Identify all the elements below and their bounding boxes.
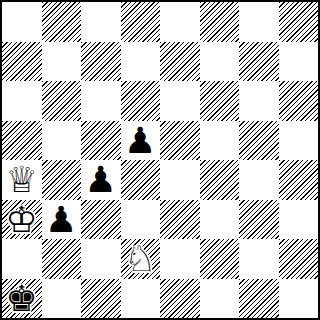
square-a5[interactable]: [2, 121, 42, 161]
square-c3[interactable]: [81, 200, 121, 240]
square-e6[interactable]: [160, 81, 200, 121]
square-b1[interactable]: [42, 279, 82, 319]
square-c7[interactable]: [81, 42, 121, 82]
square-e8[interactable]: [160, 2, 200, 42]
square-e5[interactable]: [160, 121, 200, 161]
square-h4[interactable]: [279, 160, 319, 200]
square-f8[interactable]: [200, 2, 240, 42]
square-b5[interactable]: [42, 121, 82, 161]
square-f6[interactable]: [200, 81, 240, 121]
black-pawn-glyph: ♟: [121, 121, 161, 161]
square-e4[interactable]: [160, 160, 200, 200]
square-f2[interactable]: [200, 239, 240, 279]
black-pawn-glyph: ♟: [42, 200, 82, 240]
black-king[interactable]: ♚♚: [2, 279, 42, 319]
black-pawn[interactable]: ♟♟: [81, 160, 121, 200]
square-h5[interactable]: [279, 121, 319, 161]
square-h1[interactable]: [279, 279, 319, 319]
square-a4[interactable]: ♛♕: [2, 160, 42, 200]
white-queen[interactable]: ♛♕: [2, 160, 42, 200]
square-d5[interactable]: ♟♟: [121, 121, 161, 161]
square-g4[interactable]: [239, 160, 279, 200]
square-g3[interactable]: [239, 200, 279, 240]
square-c6[interactable]: [81, 81, 121, 121]
white-king[interactable]: ♚♔: [2, 200, 42, 240]
square-f3[interactable]: [200, 200, 240, 240]
square-g6[interactable]: [239, 81, 279, 121]
square-c4[interactable]: ♟♟: [81, 160, 121, 200]
square-a8[interactable]: [2, 2, 42, 42]
square-b7[interactable]: [42, 42, 82, 82]
square-g5[interactable]: [239, 121, 279, 161]
square-c1[interactable]: [81, 279, 121, 319]
square-a3[interactable]: ♚♔: [2, 200, 42, 240]
square-g8[interactable]: [239, 2, 279, 42]
square-d6[interactable]: [121, 81, 161, 121]
square-c2[interactable]: [81, 239, 121, 279]
square-g1[interactable]: [239, 279, 279, 319]
square-g2[interactable]: [239, 239, 279, 279]
square-a6[interactable]: [2, 81, 42, 121]
black-pawn-glyph: ♟: [81, 160, 121, 200]
square-d3[interactable]: [121, 200, 161, 240]
square-a1[interactable]: ♚♚: [2, 279, 42, 319]
square-b4[interactable]: [42, 160, 82, 200]
black-king-glyph: ♚: [2, 279, 42, 319]
square-a2[interactable]: [2, 239, 42, 279]
square-b6[interactable]: [42, 81, 82, 121]
square-e3[interactable]: [160, 200, 200, 240]
square-a7[interactable]: [2, 42, 42, 82]
square-g7[interactable]: [239, 42, 279, 82]
white-knight-glyph: ♘: [121, 239, 161, 279]
square-b8[interactable]: [42, 2, 82, 42]
square-e2[interactable]: [160, 239, 200, 279]
square-f1[interactable]: [200, 279, 240, 319]
black-pawn[interactable]: ♟♟: [121, 121, 161, 161]
square-e1[interactable]: [160, 279, 200, 319]
chess-board: ♟♟♛♕♟♟♚♔♟♟♞♘♚♚: [0, 0, 320, 320]
square-f7[interactable]: [200, 42, 240, 82]
square-h6[interactable]: [279, 81, 319, 121]
square-c5[interactable]: [81, 121, 121, 161]
white-knight[interactable]: ♞♘: [121, 239, 161, 279]
white-king-glyph: ♔: [2, 200, 42, 240]
square-c8[interactable]: [81, 2, 121, 42]
black-pawn[interactable]: ♟♟: [42, 200, 82, 240]
square-e7[interactable]: [160, 42, 200, 82]
square-d8[interactable]: [121, 2, 161, 42]
square-b3[interactable]: ♟♟: [42, 200, 82, 240]
square-d4[interactable]: [121, 160, 161, 200]
square-d1[interactable]: [121, 279, 161, 319]
white-queen-glyph: ♕: [2, 160, 42, 200]
square-d2[interactable]: ♞♘: [121, 239, 161, 279]
square-d7[interactable]: [121, 42, 161, 82]
square-h2[interactable]: [279, 239, 319, 279]
square-f4[interactable]: [200, 160, 240, 200]
square-b2[interactable]: [42, 239, 82, 279]
square-h8[interactable]: [279, 2, 319, 42]
square-f5[interactable]: [200, 121, 240, 161]
square-h7[interactable]: [279, 42, 319, 82]
square-h3[interactable]: [279, 200, 319, 240]
